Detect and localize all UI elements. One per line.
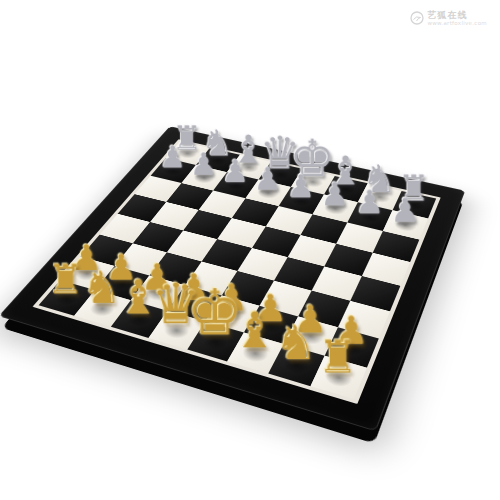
gold-knight-b1: ♞	[82, 267, 122, 309]
gold-rook-a1: ♜	[48, 260, 84, 299]
silver-pawn-e7: ♟	[287, 171, 316, 201]
silver-pawn-c7: ♟	[221, 156, 249, 186]
gold-knight-g1: ♞	[275, 321, 318, 366]
silver-pawn-b7: ♟	[190, 149, 218, 178]
chess-board: ♜♞♝♛♚♝♞♜♟♟♟♟♟♟♟♟♟♟♟♟♟♟♟♟♜♞♝♛♚♝♞♜	[0, 126, 465, 431]
silver-pawn-g7: ♟	[355, 186, 384, 217]
silver-pawn-h7: ♟	[390, 194, 420, 225]
photo-canvas: { "game": "chess", "scene": { "descripti…	[0, 0, 500, 500]
silver-pawn-f7: ♟	[320, 179, 349, 210]
silver-pawn-d7: ♟	[254, 164, 282, 194]
gold-rook-h1: ♜	[318, 336, 358, 379]
square-h1: ♜	[310, 356, 366, 399]
square-h5	[362, 253, 410, 286]
board-grid: ♜♞♝♛♚♝♞♜♟♟♟♟♟♟♟♟♟♟♟♟♟♟♟♟♜♞♝♛♚♝♞♜	[39, 142, 437, 400]
board-inner-margin: ♜♞♝♛♚♝♞♜♟♟♟♟♟♟♟♟♟♟♟♟♟♟♟♟♜♞♝♛♚♝♞♜	[33, 139, 441, 404]
silver-pawn-a7: ♟	[159, 142, 186, 171]
gold-bishop-f1: ♝	[233, 307, 277, 354]
chess-set-photo: ♜♞♝♛♚♝♞♜♟♟♟♟♟♟♟♟♟♟♟♟♟♟♟♟♜♞♝♛♚♝♞♜	[0, 0, 500, 500]
